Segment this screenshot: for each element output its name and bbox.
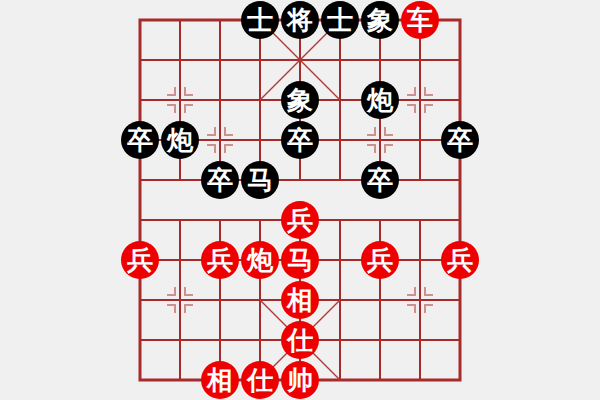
piece-red-soldier[interactable]: 兵	[201, 241, 239, 279]
point-marker	[207, 145, 215, 153]
point-marker	[407, 87, 415, 95]
piece-red-soldier[interactable]: 兵	[281, 201, 319, 239]
piece-black-soldier[interactable]: 卒	[121, 121, 159, 159]
piece-black-soldier[interactable]: 卒	[281, 121, 319, 159]
point-marker	[185, 305, 193, 313]
piece-black-general[interactable]: 将	[281, 1, 319, 39]
point-marker	[185, 87, 193, 95]
point-marker	[167, 305, 175, 313]
piece-black-cannon[interactable]: 炮	[161, 121, 199, 159]
point-marker	[167, 87, 175, 95]
piece-red-soldier[interactable]: 兵	[441, 241, 479, 279]
point-marker	[407, 105, 415, 113]
piece-red-chariot[interactable]: 车	[401, 1, 439, 39]
piece-red-king[interactable]: 帅	[281, 361, 319, 399]
point-marker	[367, 127, 375, 135]
piece-black-horse[interactable]: 马	[241, 161, 279, 199]
piece-red-soldier[interactable]: 兵	[361, 241, 399, 279]
piece-red-elephant[interactable]: 相	[281, 281, 319, 319]
point-marker	[367, 145, 375, 153]
piece-black-advisor[interactable]: 士	[321, 1, 359, 39]
xiangqi-board[interactable]: 士将士象车象炮卒炮卒卒卒马卒兵兵兵炮马兵兵相仕相仕帅	[0, 0, 600, 400]
piece-red-advisor[interactable]: 仕	[281, 321, 319, 359]
piece-red-advisor[interactable]: 仕	[241, 361, 279, 399]
piece-black-elephant[interactable]: 象	[361, 1, 399, 39]
point-marker	[385, 127, 393, 135]
piece-black-cannon[interactable]: 炮	[361, 81, 399, 119]
point-marker	[407, 305, 415, 313]
point-marker	[167, 287, 175, 295]
piece-black-soldier[interactable]: 卒	[361, 161, 399, 199]
point-marker	[185, 287, 193, 295]
point-marker	[207, 127, 215, 135]
point-marker	[185, 105, 193, 113]
piece-red-elephant[interactable]: 相	[201, 361, 239, 399]
point-marker	[425, 305, 433, 313]
piece-black-advisor[interactable]: 士	[241, 1, 279, 39]
piece-red-cannon[interactable]: 炮	[241, 241, 279, 279]
point-marker	[225, 127, 233, 135]
point-marker	[425, 287, 433, 295]
piece-red-horse[interactable]: 马	[281, 241, 319, 279]
piece-black-soldier[interactable]: 卒	[441, 121, 479, 159]
piece-black-elephant[interactable]: 象	[281, 81, 319, 119]
point-marker	[167, 105, 175, 113]
point-marker	[407, 287, 415, 295]
point-marker	[225, 145, 233, 153]
piece-black-soldier[interactable]: 卒	[201, 161, 239, 199]
point-marker	[385, 145, 393, 153]
point-marker	[425, 87, 433, 95]
piece-red-soldier[interactable]: 兵	[121, 241, 159, 279]
point-marker	[425, 105, 433, 113]
